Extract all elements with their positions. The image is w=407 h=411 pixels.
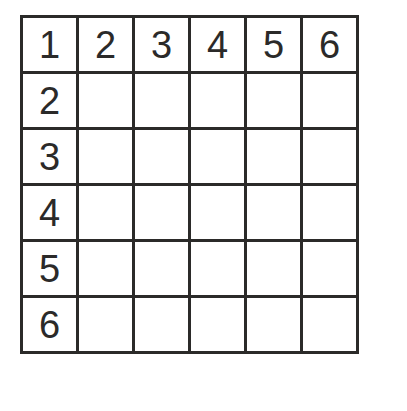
grid-cell-r2c2[interactable]	[135, 130, 188, 183]
header-cell-r3c0: 4	[23, 186, 76, 239]
header-cell-r0c2: 3	[135, 18, 188, 71]
header-cell-r0c3: 4	[191, 18, 244, 71]
header-cell-r0c1: 2	[79, 18, 132, 71]
header-cell-r2c0: 3	[23, 130, 76, 183]
grid-cell-r5c2[interactable]	[135, 298, 188, 351]
grid-cell-r1c2[interactable]	[135, 74, 188, 127]
header-cell-r0c0: 1	[23, 18, 76, 71]
grid-cell-r2c4[interactable]	[247, 130, 300, 183]
grid-cell-r5c4[interactable]	[247, 298, 300, 351]
grid-cell-r3c3[interactable]	[191, 186, 244, 239]
grid-cell-r1c3[interactable]	[191, 74, 244, 127]
grid-cell-r4c1[interactable]	[79, 242, 132, 295]
header-cell-r5c0: 6	[23, 298, 76, 351]
grid-cell-r1c5[interactable]	[303, 74, 356, 127]
header-cell-r0c5: 6	[303, 18, 356, 71]
header-cell-r1c0: 2	[23, 74, 76, 127]
grid-board: 1 2 3 4 5 6 2 3 4 5 6	[20, 15, 359, 354]
grid-cell-r3c4[interactable]	[247, 186, 300, 239]
grid-cell-r3c5[interactable]	[303, 186, 356, 239]
header-cell-r4c0: 5	[23, 242, 76, 295]
grid-cell-r4c2[interactable]	[135, 242, 188, 295]
header-cell-r0c4: 5	[247, 18, 300, 71]
grid-cell-r3c1[interactable]	[79, 186, 132, 239]
grid-cell-r2c1[interactable]	[79, 130, 132, 183]
grid-cell-r5c5[interactable]	[303, 298, 356, 351]
grid-cell-r5c1[interactable]	[79, 298, 132, 351]
grid-cell-r1c1[interactable]	[79, 74, 132, 127]
grid-cell-r1c4[interactable]	[247, 74, 300, 127]
grid-cell-r2c3[interactable]	[191, 130, 244, 183]
grid-cell-r3c2[interactable]	[135, 186, 188, 239]
grid-cell-r4c3[interactable]	[191, 242, 244, 295]
grid-cell-r4c5[interactable]	[303, 242, 356, 295]
grid-cell-r2c5[interactable]	[303, 130, 356, 183]
grid-cell-r4c4[interactable]	[247, 242, 300, 295]
grid-cell-r5c3[interactable]	[191, 298, 244, 351]
